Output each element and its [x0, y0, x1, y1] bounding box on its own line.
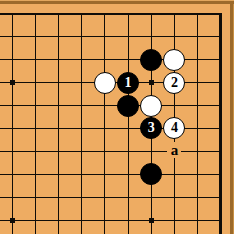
grid-line-vertical: [58, 13, 59, 234]
grid-line-horizontal: [0, 128, 222, 129]
grid-line-horizontal: [0, 174, 222, 175]
stone-black-Q17: [140, 49, 162, 71]
stone-white-O16: [94, 72, 116, 94]
grid-line-horizontal: [0, 105, 222, 106]
go-diagram: 1234a: [0, 0, 234, 234]
grid-line-horizontal: [0, 220, 222, 221]
grid-line-vertical: [81, 13, 82, 234]
grid-line-vertical: [12, 13, 13, 234]
go-board: 1234a: [0, 0, 234, 234]
grid-line-vertical: [197, 13, 198, 234]
grid-line-vertical: [35, 13, 36, 234]
hoshi-point: [149, 218, 154, 223]
grid-line-horizontal: [0, 197, 222, 198]
stone-black-P16-move-1: 1: [117, 72, 139, 94]
stone-black-Q14-move-3: 3: [140, 117, 162, 139]
stone-white-R14-move-4: 4: [163, 117, 185, 139]
grid-line-horizontal: [0, 59, 222, 60]
hoshi-point: [149, 80, 154, 85]
stone-white-Q15: [140, 95, 162, 117]
board-right-edge-line: [219, 13, 222, 234]
stone-black-Q12: [140, 163, 162, 185]
grid-line-vertical: [128, 13, 129, 234]
grid-line-vertical: [104, 13, 105, 234]
board-frame-top: [0, 0, 234, 4]
grid-line-horizontal: [0, 151, 222, 152]
hoshi-point: [10, 218, 15, 223]
hoshi-point: [10, 80, 15, 85]
grid-line-horizontal: [0, 36, 222, 37]
board-top-edge-line: [0, 13, 222, 15]
board-frame-right: [230, 0, 234, 234]
stone-black-P15: [117, 95, 139, 117]
stone-white-R17: [163, 49, 185, 71]
stone-white-R16-move-2: 2: [163, 72, 185, 94]
point-label-a: a: [167, 142, 181, 158]
